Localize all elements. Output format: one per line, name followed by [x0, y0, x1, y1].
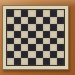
square-c2[interactable]	[21, 51, 28, 58]
square-g7[interactable]	[50, 17, 57, 24]
square-d4[interactable]	[28, 38, 35, 45]
square-b6[interactable]	[14, 24, 21, 31]
square-g5[interactable]	[50, 31, 57, 38]
square-g8[interactable]	[50, 10, 57, 17]
square-f5[interactable]	[43, 31, 50, 38]
square-g4[interactable]	[50, 38, 57, 45]
square-f2[interactable]	[43, 51, 50, 58]
square-b2[interactable]	[14, 51, 21, 58]
square-e5[interactable]	[36, 31, 43, 38]
square-c1[interactable]	[21, 58, 28, 65]
square-a8[interactable]	[7, 10, 14, 17]
square-d5[interactable]	[28, 31, 35, 38]
square-g1[interactable]	[50, 58, 57, 65]
square-c6[interactable]	[21, 24, 28, 31]
square-f6[interactable]	[43, 24, 50, 31]
square-e3[interactable]	[36, 44, 43, 51]
square-h2[interactable]	[57, 51, 64, 58]
square-b3[interactable]	[14, 44, 21, 51]
square-f3[interactable]	[43, 44, 50, 51]
square-f8[interactable]	[43, 10, 50, 17]
square-b5[interactable]	[14, 31, 21, 38]
square-a7[interactable]	[7, 17, 14, 24]
square-e6[interactable]	[36, 24, 43, 31]
square-e4[interactable]	[36, 38, 43, 45]
square-a6[interactable]	[7, 24, 14, 31]
square-c5[interactable]	[21, 31, 28, 38]
square-a3[interactable]	[7, 44, 14, 51]
square-f1[interactable]	[43, 58, 50, 65]
game-board	[2, 5, 69, 70]
square-d6[interactable]	[28, 24, 35, 31]
square-d1[interactable]	[28, 58, 35, 65]
square-g3[interactable]	[50, 44, 57, 51]
square-e1[interactable]	[36, 58, 43, 65]
square-h8[interactable]	[57, 10, 64, 17]
square-a1[interactable]	[7, 58, 14, 65]
square-b7[interactable]	[14, 17, 21, 24]
square-e2[interactable]	[36, 51, 43, 58]
square-b1[interactable]	[14, 58, 21, 65]
square-c7[interactable]	[21, 17, 28, 24]
square-h1[interactable]	[57, 58, 64, 65]
square-c4[interactable]	[21, 38, 28, 45]
square-d7[interactable]	[28, 17, 35, 24]
board-grid	[6, 9, 65, 66]
square-a2[interactable]	[7, 51, 14, 58]
table-surface	[0, 0, 75, 75]
square-e7[interactable]	[36, 17, 43, 24]
square-h5[interactable]	[57, 31, 64, 38]
square-h4[interactable]	[57, 38, 64, 45]
square-f4[interactable]	[43, 38, 50, 45]
square-f7[interactable]	[43, 17, 50, 24]
square-d2[interactable]	[28, 51, 35, 58]
square-d8[interactable]	[28, 10, 35, 17]
square-c3[interactable]	[21, 44, 28, 51]
square-b4[interactable]	[14, 38, 21, 45]
square-g2[interactable]	[50, 51, 57, 58]
square-h6[interactable]	[57, 24, 64, 31]
square-b8[interactable]	[14, 10, 21, 17]
square-h7[interactable]	[57, 17, 64, 24]
square-c8[interactable]	[21, 10, 28, 17]
square-a5[interactable]	[7, 31, 14, 38]
square-e8[interactable]	[36, 10, 43, 17]
square-d3[interactable]	[28, 44, 35, 51]
square-g6[interactable]	[50, 24, 57, 31]
square-a4[interactable]	[7, 38, 14, 45]
square-h3[interactable]	[57, 44, 64, 51]
